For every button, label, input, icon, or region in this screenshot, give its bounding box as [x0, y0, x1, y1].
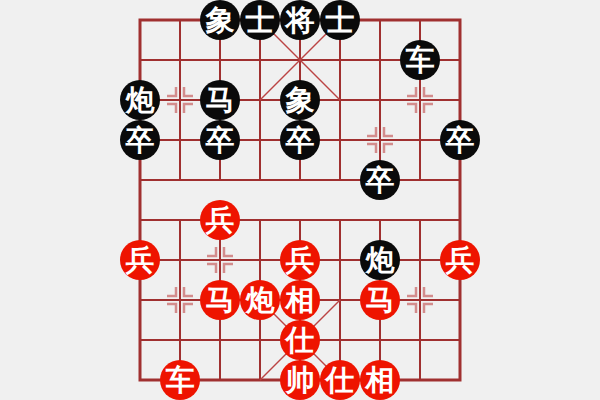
red-soldier-piece[interactable]: 兵 — [120, 240, 160, 280]
red-advisor-piece[interactable]: 仕 — [280, 320, 320, 360]
xiangqi-app-window: 象士将士车炮马象卒卒卒卒卒炮兵兵兵兵马炮相马仕车帅仕相 — [0, 0, 600, 400]
piece-glyph: 炮 — [366, 246, 395, 275]
black-soldier-piece[interactable]: 卒 — [120, 120, 160, 160]
black-elephant-piece[interactable]: 象 — [280, 80, 320, 120]
piece-glyph: 士 — [246, 6, 275, 35]
red-elephant-piece[interactable]: 相 — [280, 280, 320, 320]
black-horse-piece[interactable]: 马 — [200, 80, 240, 120]
red-soldier-piece[interactable]: 兵 — [280, 240, 320, 280]
black-soldier-piece[interactable]: 卒 — [200, 120, 240, 160]
piece-glyph: 车 — [406, 46, 435, 75]
red-advisor-piece[interactable]: 仕 — [320, 360, 360, 400]
piece-glyph: 卒 — [126, 126, 155, 155]
black-general-piece[interactable]: 将 — [280, 0, 320, 40]
red-horse-piece[interactable]: 马 — [360, 280, 400, 320]
piece-glyph: 马 — [206, 286, 235, 315]
piece-glyph: 炮 — [246, 286, 275, 315]
piece-glyph: 相 — [286, 286, 315, 315]
black-cannon-piece[interactable]: 炮 — [360, 240, 400, 280]
black-soldier-piece[interactable]: 卒 — [440, 120, 480, 160]
piece-glyph: 马 — [206, 86, 235, 115]
black-advisor-piece[interactable]: 士 — [320, 0, 360, 40]
piece-glyph: 炮 — [126, 86, 155, 115]
piece-glyph: 仕 — [326, 366, 355, 395]
red-general-piece[interactable]: 帅 — [280, 360, 320, 400]
black-soldier-piece[interactable]: 卒 — [360, 160, 400, 200]
piece-glyph: 卒 — [366, 166, 395, 195]
red-elephant-piece[interactable]: 相 — [360, 360, 400, 400]
piece-glyph: 兵 — [446, 246, 475, 275]
red-soldier-piece[interactable]: 兵 — [200, 200, 240, 240]
black-cannon-piece[interactable]: 炮 — [120, 80, 160, 120]
black-elephant-piece[interactable]: 象 — [200, 0, 240, 40]
piece-glyph: 兵 — [206, 206, 235, 235]
piece-glyph: 卒 — [446, 126, 475, 155]
piece-glyph: 卒 — [206, 126, 235, 155]
piece-glyph: 相 — [366, 366, 395, 395]
red-cannon-piece[interactable]: 炮 — [240, 280, 280, 320]
black-advisor-piece[interactable]: 士 — [240, 0, 280, 40]
piece-glyph: 仕 — [286, 326, 315, 355]
red-chariot-piece[interactable]: 车 — [160, 360, 200, 400]
black-soldier-piece[interactable]: 卒 — [280, 120, 320, 160]
piece-glyph: 将 — [286, 6, 315, 35]
piece-glyph: 兵 — [286, 246, 315, 275]
black-chariot-piece[interactable]: 车 — [400, 40, 440, 80]
piece-glyph: 车 — [166, 366, 195, 395]
piece-glyph: 士 — [326, 6, 355, 35]
piece-glyph: 卒 — [286, 126, 315, 155]
red-horse-piece[interactable]: 马 — [200, 280, 240, 320]
piece-glyph: 帅 — [286, 366, 315, 395]
piece-glyph: 象 — [206, 6, 235, 35]
piece-glyph: 象 — [286, 86, 315, 115]
piece-glyph: 兵 — [126, 246, 155, 275]
piece-glyph: 马 — [366, 286, 395, 315]
red-soldier-piece[interactable]: 兵 — [440, 240, 480, 280]
